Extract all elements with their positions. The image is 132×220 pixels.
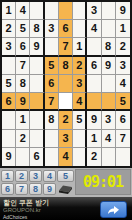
cell-r8c7[interactable]: 1 — [87, 130, 101, 148]
cell-r3c3[interactable]: 9 — [30, 38, 44, 56]
cell-r2c9[interactable]: 1 — [116, 20, 130, 38]
control-panel: 123456789 09:01 — [0, 168, 132, 197]
cell-r7c3[interactable] — [30, 111, 44, 129]
cell-r9c4[interactable] — [45, 148, 59, 166]
key-8[interactable]: 8 — [29, 183, 42, 195]
key-3[interactable]: 3 — [29, 170, 42, 182]
cell-r4c2[interactable]: 7 — [16, 57, 30, 75]
cell-r1c2[interactable]: 4 — [16, 2, 30, 20]
cell-r7c5[interactable]: 2 — [59, 111, 73, 129]
key-4[interactable]: 4 — [43, 170, 56, 182]
cell-r8c6[interactable] — [73, 130, 87, 148]
share-arrow-icon — [107, 205, 120, 215]
cell-r9c6[interactable] — [73, 148, 87, 166]
cell-r1c8[interactable] — [102, 2, 116, 20]
cell-r1c7[interactable]: 3 — [87, 2, 101, 20]
cell-r2c8[interactable] — [102, 20, 116, 38]
cell-r7c8[interactable]: 3 — [102, 111, 116, 129]
key-6[interactable]: 6 — [1, 183, 14, 195]
cell-r7c7[interactable]: 9 — [87, 111, 101, 129]
cell-r1c3[interactable] — [30, 2, 44, 20]
cell-r2c6[interactable] — [73, 20, 87, 38]
cell-r3c6[interactable]: 1 — [73, 38, 87, 56]
cell-r2c2[interactable]: 5 — [16, 20, 30, 38]
cell-r4c3[interactable] — [30, 57, 44, 75]
cell-r3c5[interactable]: 7 — [59, 38, 73, 56]
eraser-icon — [57, 184, 74, 195]
cell-r1c4[interactable] — [45, 2, 59, 20]
cell-r4c9[interactable]: 3 — [116, 57, 130, 75]
cell-r6c2[interactable]: 9 — [16, 93, 30, 111]
cell-r1c5[interactable] — [59, 2, 73, 20]
cell-r3c9[interactable]: 2 — [116, 38, 130, 56]
cell-r3c2[interactable]: 6 — [16, 38, 30, 56]
cell-r5c1[interactable]: 5 — [2, 75, 16, 93]
cell-r5c8[interactable] — [102, 75, 116, 93]
key-9[interactable]: 9 — [43, 183, 56, 195]
cell-r9c9[interactable] — [116, 148, 130, 166]
cell-r1c6[interactable] — [73, 2, 87, 20]
ad-banner[interactable]: 할인 쿠폰 받기 GROUPON.kr AdChoices — [0, 197, 132, 220]
cell-r4c1[interactable] — [2, 57, 16, 75]
cell-r5c9[interactable]: 4 — [116, 75, 130, 93]
cell-r7c1[interactable] — [2, 111, 16, 129]
cell-r6c4[interactable]: 7 — [45, 93, 59, 111]
cell-r8c4[interactable] — [45, 130, 59, 148]
cell-r1c1[interactable]: 1 — [2, 2, 16, 20]
cell-r4c5[interactable]: 8 — [59, 57, 73, 75]
cell-r4c6[interactable]: 2 — [73, 57, 87, 75]
ad-share-button[interactable] — [100, 201, 127, 218]
cell-r5c7[interactable] — [87, 75, 101, 93]
cell-r5c6[interactable]: 3 — [73, 75, 87, 93]
cell-r2c7[interactable]: 4 — [87, 20, 101, 38]
timer-display: 09:01 — [75, 169, 131, 195]
cell-r7c9[interactable]: 6 — [116, 111, 130, 129]
sudoku-board: 1439258364136971827582693586346974518259… — [0, 0, 132, 168]
key-2[interactable]: 2 — [15, 170, 28, 182]
timer-value: 09:01 — [83, 173, 123, 191]
cell-r4c8[interactable]: 9 — [102, 57, 116, 75]
cell-r9c1[interactable]: 9 — [2, 148, 16, 166]
cell-r3c4[interactable] — [45, 38, 59, 56]
cell-r2c3[interactable]: 8 — [30, 20, 44, 38]
cell-r9c3[interactable]: 6 — [30, 148, 44, 166]
cell-r9c5[interactable]: 4 — [59, 148, 73, 166]
key-5[interactable]: 5 — [57, 170, 74, 182]
cell-r7c4[interactable]: 8 — [45, 111, 59, 129]
cell-r6c3[interactable] — [30, 93, 44, 111]
cell-r5c4[interactable]: 6 — [45, 75, 59, 93]
cell-r5c5[interactable] — [59, 75, 73, 93]
cell-r8c1[interactable] — [2, 130, 16, 148]
cell-r8c8[interactable]: 4 — [102, 130, 116, 148]
cell-r9c8[interactable] — [102, 148, 116, 166]
cell-r6c5[interactable] — [59, 93, 73, 111]
cell-r6c9[interactable]: 5 — [116, 93, 130, 111]
number-keypad: 123456789 — [1, 170, 74, 195]
cell-r7c6[interactable]: 5 — [73, 111, 87, 129]
cell-r6c1[interactable]: 6 — [2, 93, 16, 111]
cell-r8c3[interactable] — [30, 130, 44, 148]
key-1[interactable]: 1 — [1, 170, 14, 182]
cell-r8c2[interactable]: 2 — [16, 130, 30, 148]
cell-r7c2[interactable]: 1 — [16, 111, 30, 129]
cell-r3c7[interactable] — [87, 38, 101, 56]
cell-r6c8[interactable] — [102, 93, 116, 111]
eraser-button[interactable] — [57, 183, 74, 195]
cell-r9c7[interactable]: 2 — [87, 148, 101, 166]
cell-r6c7[interactable] — [87, 93, 101, 111]
cell-r3c1[interactable]: 3 — [2, 38, 16, 56]
sudoku-app: 1439258364136971827582693586346974518259… — [0, 0, 132, 220]
cell-r8c5[interactable]: 3 — [59, 130, 73, 148]
cell-r1c9[interactable]: 9 — [116, 2, 130, 20]
cell-r4c4[interactable]: 5 — [45, 57, 59, 75]
cell-r2c4[interactable]: 3 — [45, 20, 59, 38]
cell-r6c6[interactable]: 4 — [73, 93, 87, 111]
cell-r3c8[interactable]: 8 — [102, 38, 116, 56]
cell-r4c7[interactable]: 6 — [87, 57, 101, 75]
key-7[interactable]: 7 — [15, 183, 28, 195]
cell-r2c5[interactable]: 6 — [59, 20, 73, 38]
cell-r5c2[interactable]: 8 — [16, 75, 30, 93]
cell-r8c9[interactable]: 7 — [116, 130, 130, 148]
cell-r9c2[interactable] — [16, 148, 30, 166]
cell-r5c3[interactable] — [30, 75, 44, 93]
cell-r2c1[interactable]: 2 — [2, 20, 16, 38]
